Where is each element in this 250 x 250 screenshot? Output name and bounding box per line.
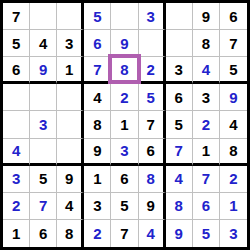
cell-r4c5[interactable]: 2 xyxy=(111,84,138,111)
cell-r6c8[interactable]: 1 xyxy=(193,139,220,166)
cell-r2c3[interactable]: 3 xyxy=(57,30,84,57)
cell-r1c4[interactable]: 5 xyxy=(84,3,111,30)
cell-r6c5[interactable]: 3 xyxy=(111,139,138,166)
cell-r6c4[interactable]: 9 xyxy=(84,139,111,166)
cell-r5c5[interactable]: 1 xyxy=(111,111,138,138)
cell-r8c9[interactable]: 1 xyxy=(220,193,247,220)
cell-r5c2[interactable]: 3 xyxy=(30,111,57,138)
cell-r8c6[interactable]: 9 xyxy=(139,193,166,220)
cell-r9c8[interactable]: 5 xyxy=(193,220,220,247)
cell-r5c4[interactable]: 8 xyxy=(84,111,111,138)
cell-r1c1[interactable]: 7 xyxy=(3,3,30,30)
cell-r7c9[interactable]: 2 xyxy=(220,166,247,193)
cell-r1c2[interactable] xyxy=(30,3,57,30)
cell-r2c2[interactable]: 4 xyxy=(30,30,57,57)
cell-r7c6[interactable]: 8 xyxy=(139,166,166,193)
cell-r2c9[interactable]: 7 xyxy=(220,30,247,57)
cell-r4c8[interactable]: 3 xyxy=(193,84,220,111)
cell-r4c9[interactable]: 9 xyxy=(220,84,247,111)
cell-r6c6[interactable]: 6 xyxy=(139,139,166,166)
cell-r5c6[interactable]: 7 xyxy=(139,111,166,138)
cell-r2c4[interactable]: 6 xyxy=(84,30,111,57)
cell-r8c1[interactable]: 2 xyxy=(3,193,30,220)
cell-r3c1[interactable]: 6 xyxy=(3,57,30,84)
cell-r7c2[interactable]: 5 xyxy=(30,166,57,193)
cell-r1c7[interactable] xyxy=(166,3,193,30)
cell-r8c7[interactable]: 8 xyxy=(166,193,193,220)
cell-r2c6[interactable] xyxy=(139,30,166,57)
cell-r6c7[interactable]: 7 xyxy=(166,139,193,166)
cell-r8c8[interactable]: 6 xyxy=(193,193,220,220)
cell-r5c9[interactable]: 4 xyxy=(220,111,247,138)
cell-r8c3[interactable]: 4 xyxy=(57,193,84,220)
cell-r7c3[interactable]: 9 xyxy=(57,166,84,193)
cell-r1c5[interactable] xyxy=(111,3,138,30)
cell-r9c7[interactable]: 9 xyxy=(166,220,193,247)
cell-r2c5[interactable]: 9 xyxy=(111,30,138,57)
cell-r3c8[interactable]: 4 xyxy=(193,57,220,84)
cell-r8c4[interactable]: 3 xyxy=(84,193,111,220)
cell-r1c9[interactable]: 6 xyxy=(220,3,247,30)
cell-r5c8[interactable]: 2 xyxy=(193,111,220,138)
cell-r4c1[interactable] xyxy=(3,84,30,111)
sudoku-board: 7539654369876917823454256393817524493671… xyxy=(0,0,250,250)
cell-r6c2[interactable] xyxy=(30,139,57,166)
cell-r3c4[interactable]: 7 xyxy=(84,57,111,84)
cell-r5c3[interactable] xyxy=(57,111,84,138)
cell-r7c5[interactable]: 6 xyxy=(111,166,138,193)
cell-r8c5[interactable]: 5 xyxy=(111,193,138,220)
cell-r6c1[interactable]: 4 xyxy=(3,139,30,166)
cell-r6c9[interactable]: 8 xyxy=(220,139,247,166)
cell-r3c6[interactable]: 2 xyxy=(139,57,166,84)
cell-r4c4[interactable]: 4 xyxy=(84,84,111,111)
cell-r9c5[interactable]: 7 xyxy=(111,220,138,247)
cell-r9c9[interactable]: 3 xyxy=(220,220,247,247)
cell-r7c7[interactable]: 4 xyxy=(166,166,193,193)
cell-r1c3[interactable] xyxy=(57,3,84,30)
cell-r5c7[interactable]: 5 xyxy=(166,111,193,138)
cell-r4c7[interactable]: 6 xyxy=(166,84,193,111)
cell-r3c3[interactable]: 1 xyxy=(57,57,84,84)
cell-r2c1[interactable]: 5 xyxy=(3,30,30,57)
cell-r3c9[interactable]: 5 xyxy=(220,57,247,84)
cell-r1c8[interactable]: 9 xyxy=(193,3,220,30)
cell-r9c3[interactable]: 8 xyxy=(57,220,84,247)
cell-r6c3[interactable] xyxy=(57,139,84,166)
cell-r3c5[interactable]: 8 xyxy=(111,57,138,84)
cell-r3c2[interactable]: 9 xyxy=(30,57,57,84)
cell-r8c2[interactable]: 7 xyxy=(30,193,57,220)
cell-r2c7[interactable] xyxy=(166,30,193,57)
cell-r7c1[interactable]: 3 xyxy=(3,166,30,193)
cell-r2c8[interactable]: 8 xyxy=(193,30,220,57)
cell-r4c3[interactable] xyxy=(57,84,84,111)
cell-r7c8[interactable]: 7 xyxy=(193,166,220,193)
cell-r1c6[interactable]: 3 xyxy=(139,3,166,30)
cell-r9c2[interactable]: 6 xyxy=(30,220,57,247)
cell-r4c6[interactable]: 5 xyxy=(139,84,166,111)
cell-r5c1[interactable] xyxy=(3,111,30,138)
cell-r3c7[interactable]: 3 xyxy=(166,57,193,84)
cell-r7c4[interactable]: 1 xyxy=(84,166,111,193)
cell-r9c6[interactable]: 4 xyxy=(139,220,166,247)
cell-r9c1[interactable]: 1 xyxy=(3,220,30,247)
cell-r4c2[interactable] xyxy=(30,84,57,111)
cell-r9c4[interactable]: 2 xyxy=(84,220,111,247)
